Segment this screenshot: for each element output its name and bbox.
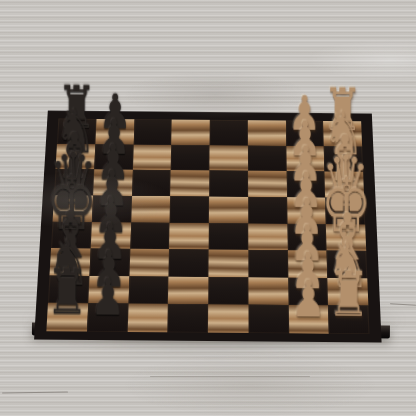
piece-white-rook-h1[interactable]: ♜ (328, 267, 371, 323)
square-e6[interactable] (130, 222, 170, 249)
square-a6[interactable] (133, 119, 172, 144)
square-c5[interactable] (170, 170, 209, 196)
square-h5[interactable] (168, 304, 209, 332)
square-d3[interactable] (248, 197, 287, 224)
square-h6[interactable] (127, 304, 168, 332)
square-g3[interactable] (248, 277, 288, 305)
square-b6[interactable] (132, 144, 171, 170)
square-g6[interactable] (128, 276, 169, 304)
square-g5[interactable] (168, 276, 208, 304)
square-h4[interactable] (208, 304, 248, 332)
square-e3[interactable] (248, 223, 287, 250)
square-a5[interactable] (171, 120, 209, 145)
square-e4[interactable] (209, 223, 248, 250)
square-h2[interactable]: ♟ (288, 305, 329, 333)
square-f4[interactable] (208, 250, 248, 278)
square-d4[interactable] (209, 196, 248, 223)
square-f5[interactable] (169, 249, 209, 277)
chess-set: ♜♟♟♜♞♟♟♞♝♟♟♝♛♟♟♛♚♟♟♚♝♟♟♝♞♟♟♞♜♟♟♜ (0, 0, 416, 416)
piece-black-pawn-h7[interactable]: ♟ (90, 275, 125, 321)
square-g4[interactable] (208, 277, 248, 305)
square-a4[interactable] (210, 120, 248, 145)
square-h8[interactable]: ♜ (46, 303, 88, 331)
square-b3[interactable] (248, 145, 287, 171)
square-h3[interactable] (248, 305, 288, 333)
square-c6[interactable] (132, 170, 171, 196)
square-c4[interactable] (209, 171, 248, 197)
square-f3[interactable] (248, 250, 288, 278)
square-h1[interactable]: ♜ (328, 306, 369, 334)
square-f6[interactable] (129, 249, 169, 277)
chess-board: ♜♟♟♜♞♟♟♞♝♟♟♝♛♟♟♛♚♟♟♚♝♟♟♝♞♟♟♞♜♟♟♜ (34, 111, 382, 343)
photo-background: ♜♟♟♜♞♟♟♞♝♟♟♝♛♟♟♛♚♟♟♚♝♟♟♝♞♟♟♞♜♟♟♜ (0, 0, 416, 416)
square-e5[interactable] (169, 222, 209, 249)
piece-black-rook-h8[interactable]: ♜ (46, 264, 89, 320)
square-d5[interactable] (170, 196, 209, 223)
square-a3[interactable] (248, 120, 286, 145)
square-b5[interactable] (171, 145, 210, 171)
square-b4[interactable] (209, 145, 247, 171)
square-c3[interactable] (248, 171, 287, 197)
piece-white-pawn-h2[interactable]: ♟ (291, 276, 326, 322)
square-h7[interactable]: ♟ (87, 303, 128, 331)
square-d6[interactable] (131, 196, 171, 223)
board-grid: ♜♟♟♜♞♟♟♞♝♟♟♝♛♟♟♛♚♟♟♚♝♟♟♝♞♟♟♞♜♟♟♜ (46, 119, 369, 334)
